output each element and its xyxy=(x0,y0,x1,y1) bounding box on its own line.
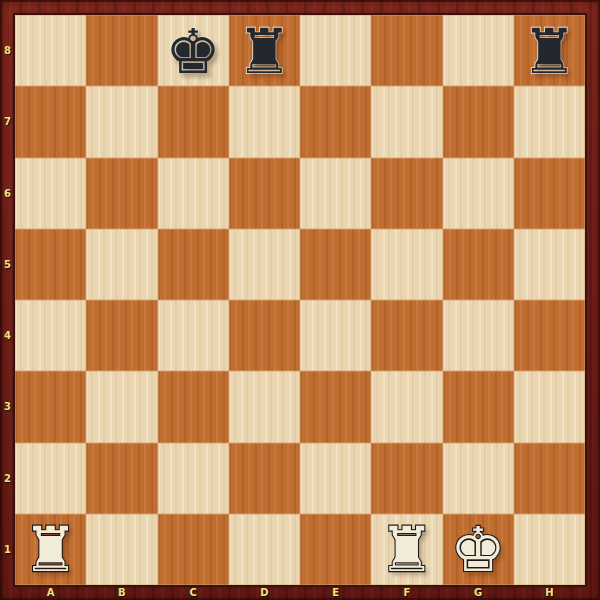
square-b3[interactable] xyxy=(86,371,157,442)
rank-label-2: 2 xyxy=(0,443,15,514)
file-label-g: G xyxy=(443,585,514,600)
square-f4[interactable] xyxy=(371,300,442,371)
white-rook[interactable]: ♜ xyxy=(23,519,79,581)
square-d3[interactable] xyxy=(229,371,300,442)
black-rook[interactable]: ♜ xyxy=(237,21,293,83)
file-labels: ABCDEFGH xyxy=(15,585,585,600)
square-c3[interactable] xyxy=(158,371,229,442)
square-d6[interactable] xyxy=(229,158,300,229)
black-rook[interactable]: ♜ xyxy=(522,21,578,83)
square-f8[interactable] xyxy=(371,15,442,86)
rank-label-3: 3 xyxy=(0,371,15,442)
square-h4[interactable] xyxy=(514,300,585,371)
white-rook[interactable]: ♜ xyxy=(379,519,435,581)
square-d2[interactable] xyxy=(229,443,300,514)
square-c1[interactable] xyxy=(158,514,229,585)
rank-label-6: 6 xyxy=(0,158,15,229)
square-f7[interactable] xyxy=(371,86,442,157)
square-e3[interactable] xyxy=(300,371,371,442)
square-e4[interactable] xyxy=(300,300,371,371)
square-g7[interactable] xyxy=(443,86,514,157)
square-e1[interactable] xyxy=(300,514,371,585)
square-g8[interactable] xyxy=(443,15,514,86)
square-a6[interactable] xyxy=(15,158,86,229)
black-king[interactable]: ♚ xyxy=(165,21,221,83)
square-a3[interactable] xyxy=(15,371,86,442)
square-d7[interactable] xyxy=(229,86,300,157)
square-b8[interactable] xyxy=(86,15,157,86)
rank-label-8: 8 xyxy=(0,15,15,86)
rank-label-4: 4 xyxy=(0,300,15,371)
square-c7[interactable] xyxy=(158,86,229,157)
square-d8[interactable]: ♜ xyxy=(229,15,300,86)
square-d1[interactable] xyxy=(229,514,300,585)
rank-labels: 87654321 xyxy=(0,15,15,585)
square-g5[interactable] xyxy=(443,229,514,300)
square-a2[interactable] xyxy=(15,443,86,514)
square-h8[interactable]: ♜ xyxy=(514,15,585,86)
square-g1[interactable]: ♚ xyxy=(443,514,514,585)
chess-board: ♚♜♜♜♜♚ xyxy=(15,15,585,585)
square-a5[interactable] xyxy=(15,229,86,300)
square-e2[interactable] xyxy=(300,443,371,514)
square-c2[interactable] xyxy=(158,443,229,514)
square-f3[interactable] xyxy=(371,371,442,442)
square-f5[interactable] xyxy=(371,229,442,300)
square-e7[interactable] xyxy=(300,86,371,157)
square-a1[interactable]: ♜ xyxy=(15,514,86,585)
square-b2[interactable] xyxy=(86,443,157,514)
square-h6[interactable] xyxy=(514,158,585,229)
white-king[interactable]: ♚ xyxy=(450,519,506,581)
file-label-d: D xyxy=(229,585,300,600)
square-e8[interactable] xyxy=(300,15,371,86)
square-a7[interactable] xyxy=(15,86,86,157)
square-d4[interactable] xyxy=(229,300,300,371)
square-g3[interactable] xyxy=(443,371,514,442)
square-a4[interactable] xyxy=(15,300,86,371)
square-h7[interactable] xyxy=(514,86,585,157)
square-g6[interactable] xyxy=(443,158,514,229)
file-label-b: B xyxy=(86,585,157,600)
square-c8[interactable]: ♚ xyxy=(158,15,229,86)
file-label-c: C xyxy=(158,585,229,600)
square-g4[interactable] xyxy=(443,300,514,371)
square-b1[interactable] xyxy=(86,514,157,585)
rank-label-7: 7 xyxy=(0,86,15,157)
square-e5[interactable] xyxy=(300,229,371,300)
square-b4[interactable] xyxy=(86,300,157,371)
rank-label-5: 5 xyxy=(0,229,15,300)
square-b5[interactable] xyxy=(86,229,157,300)
square-h2[interactable] xyxy=(514,443,585,514)
square-d5[interactable] xyxy=(229,229,300,300)
square-f2[interactable] xyxy=(371,443,442,514)
square-f6[interactable] xyxy=(371,158,442,229)
file-label-h: H xyxy=(514,585,585,600)
file-label-a: A xyxy=(15,585,86,600)
square-e6[interactable] xyxy=(300,158,371,229)
square-b7[interactable] xyxy=(86,86,157,157)
square-h3[interactable] xyxy=(514,371,585,442)
square-a8[interactable] xyxy=(15,15,86,86)
square-c6[interactable] xyxy=(158,158,229,229)
square-g2[interactable] xyxy=(443,443,514,514)
file-label-f: F xyxy=(371,585,442,600)
square-c5[interactable] xyxy=(158,229,229,300)
chess-board-frame: ♚♜♜♜♜♚ 87654321 ABCDEFGH xyxy=(0,0,600,600)
square-b6[interactable] xyxy=(86,158,157,229)
file-label-e: E xyxy=(300,585,371,600)
square-f1[interactable]: ♜ xyxy=(371,514,442,585)
square-h1[interactable] xyxy=(514,514,585,585)
square-h5[interactable] xyxy=(514,229,585,300)
rank-label-1: 1 xyxy=(0,514,15,585)
square-c4[interactable] xyxy=(158,300,229,371)
